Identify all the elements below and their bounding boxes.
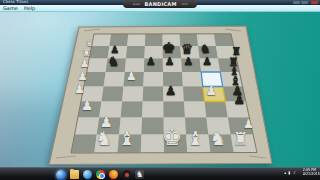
piece-white-pawn-c5[interactable]: ♟ [126, 71, 137, 83]
captured-white-pawn[interactable]: ♟ [80, 58, 90, 69]
square-g3[interactable] [205, 102, 228, 118]
tray-icon-0[interactable]: ▴ [284, 170, 286, 175]
square-c4[interactable] [122, 87, 143, 102]
bandicam-watermark: www. BANDICAM .com [123, 0, 197, 8]
square-e3[interactable] [163, 102, 185, 118]
square-d3[interactable] [142, 102, 164, 118]
piece-white-knight-g1[interactable]: ♞ [209, 129, 226, 148]
piece-black-king-e7[interactable]: ♚ [162, 41, 175, 56]
watermark-main: BANDICAM [145, 1, 177, 7]
piece-black-queen-f7[interactable]: ♛ [181, 42, 194, 56]
taskbar-icon-folder[interactable] [70, 170, 79, 179]
piece-black-pawn-e6[interactable]: ♟ [165, 57, 175, 68]
window-title: Chess Titans [3, 0, 28, 4]
piece-black-knight-g7[interactable]: ♞ [200, 43, 211, 55]
piece-white-pawn-a3[interactable]: ♟ [81, 99, 93, 113]
game-viewport: ♚♝♞♜♝♞♟♟♟♟♚♛♞♟♞♟♟♟♟♟♛♜♟♟♟♟♜♜♝♝♟♟ [0, 12, 320, 167]
piece-white-bishop-c1[interactable]: ♝ [118, 129, 135, 148]
menu-item-help[interactable]: Help [21, 5, 38, 11]
watermark-suffix: .com [180, 2, 187, 6]
minimize-button[interactable] [293, 1, 300, 4]
piece-white-bishop-f1[interactable]: ♝ [186, 129, 203, 148]
square-c8[interactable] [127, 34, 145, 46]
taskbar-icon-chrome[interactable] [96, 170, 105, 179]
square-f4[interactable] [183, 87, 205, 102]
piece-black-pawn-e4[interactable]: ♟ [165, 85, 176, 98]
menu-item-game[interactable]: Game [0, 5, 21, 11]
captured-white-pawn[interactable]: ♟ [77, 71, 87, 82]
taskbar-icon-record[interactable] [122, 170, 131, 179]
square-b5[interactable] [104, 72, 125, 87]
piece-white-pawn-g4[interactable]: ♟ [206, 85, 217, 98]
square-f3[interactable] [184, 102, 206, 118]
chess-board [0, 0, 320, 180]
piece-white-knight-b1[interactable]: ♞ [96, 129, 113, 148]
tray-icon-1[interactable]: ▮ [288, 170, 290, 175]
taskbar-icon-firefox[interactable] [109, 170, 118, 179]
piece-black-pawn-g6[interactable]: ♟ [202, 57, 212, 68]
taskbar: ♞ [0, 167, 320, 180]
clock-date: 4/21/2015 [303, 172, 313, 176]
start-button[interactable] [56, 170, 66, 180]
piece-black-pawn-f6[interactable]: ♟ [184, 57, 194, 68]
captured-white-pawn-right[interactable]: ♟ [243, 118, 254, 130]
piece-black-knight-b6[interactable]: ♞ [107, 55, 119, 68]
watermark-prefix: www. [133, 2, 141, 6]
taskbar-icon-wmp[interactable] [83, 170, 92, 179]
piece-white-pawn-b2[interactable]: ♟ [100, 115, 113, 129]
system-tray[interactable]: ▴▮♪ [284, 169, 296, 175]
taskbar-clock[interactable]: 2:05 PM 4/21/2015 [296, 168, 319, 180]
square-c3[interactable] [121, 102, 143, 118]
piece-white-rook-h1[interactable]: ♜ [233, 130, 249, 148]
maximize-button[interactable] [301, 1, 308, 4]
piece-black-pawn-d6[interactable]: ♟ [146, 57, 156, 68]
captured-black-pawn[interactable]: ♟ [234, 93, 246, 106]
taskbar-icon-chess[interactable]: ♞ [135, 170, 144, 179]
square-a6[interactable] [87, 59, 108, 73]
screen: Chess Titans GameHelp www. BANDICAM .com… [0, 0, 320, 180]
square-d5[interactable] [143, 72, 163, 87]
square-h8[interactable] [214, 34, 234, 46]
square-d4[interactable] [143, 87, 164, 102]
square-d8[interactable] [145, 34, 163, 46]
square-d2[interactable] [142, 118, 164, 135]
square-a8[interactable] [92, 34, 111, 46]
square-c7[interactable] [126, 46, 145, 59]
square-d1[interactable] [141, 135, 164, 153]
square-b4[interactable] [102, 87, 124, 102]
square-f5[interactable] [182, 72, 203, 87]
piece-white-king-e1[interactable]: ♚ [162, 126, 183, 149]
captured-white-pawn[interactable]: ♟ [74, 83, 85, 95]
square-a1[interactable] [71, 135, 97, 153]
close-button[interactable] [311, 1, 318, 4]
